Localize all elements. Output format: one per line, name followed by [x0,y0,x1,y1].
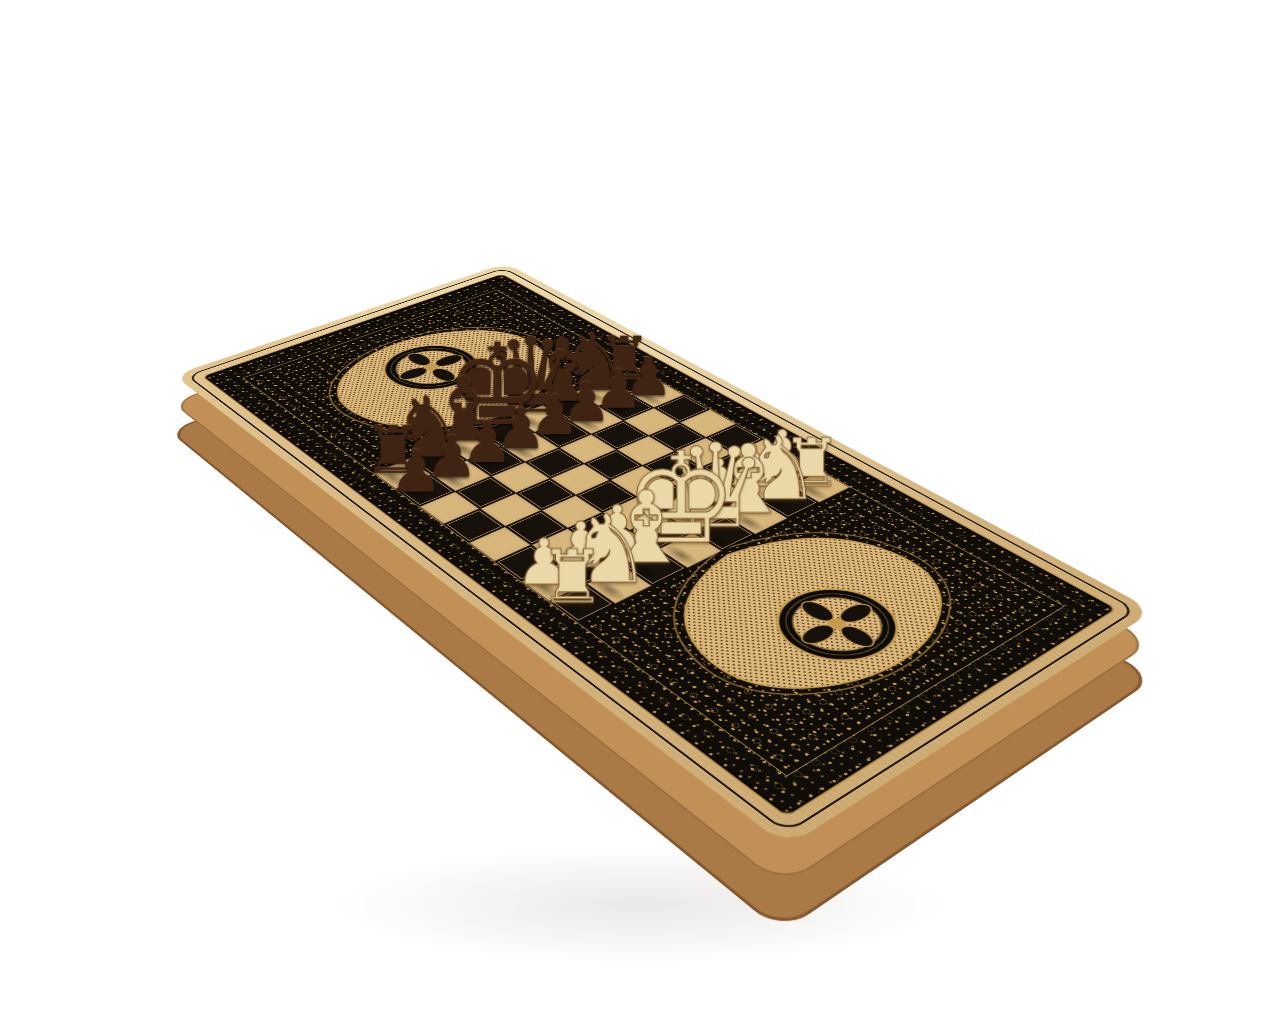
black-pawn-glyph: ♟ [389,442,442,501]
white-rook-glyph: ♜ [539,541,605,615]
square-g5[interactable] [480,493,541,526]
chess-board-box: ♜♞♝♛♚♝♞♜♟♟♟♟♟♟♟♟♟♟♟♟♟♟♟♟♜♞♝♛♚♝♞♜ [174,263,1154,847]
product-photo-scene: ♜♞♝♛♚♝♞♜♟♟♟♟♟♟♟♟♟♟♟♟♟♟♟♟♜♞♝♛♚♝♞♜ [0,0,1280,1024]
